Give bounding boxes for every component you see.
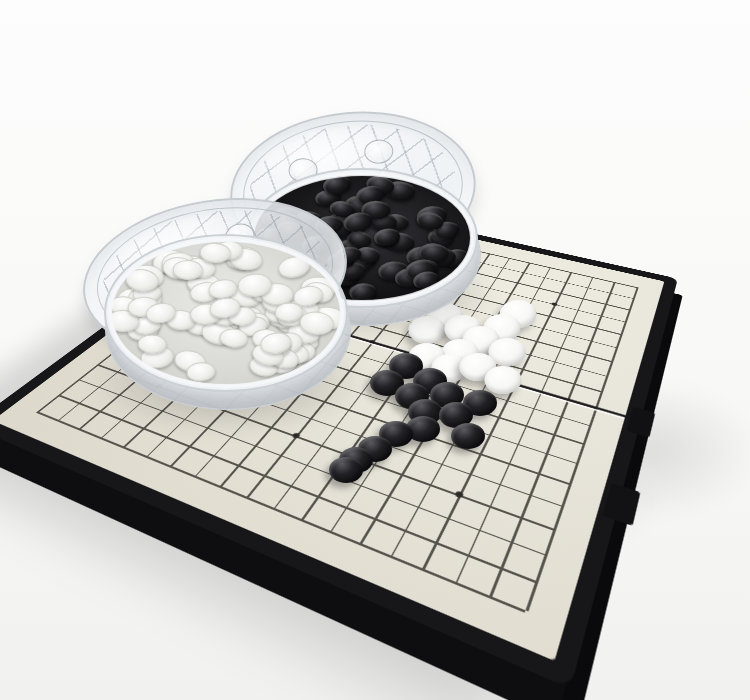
- hw-heap-stone-69: [274, 302, 303, 322]
- grid-line-v-18: [490, 282, 616, 597]
- hw-heap-stone-50: [186, 362, 217, 384]
- white-stone-heap: [111, 241, 341, 385]
- white-stone-bowl: [104, 234, 348, 392]
- product-photo-scene: [0, 0, 750, 700]
- hb-heap-stone-19: [349, 282, 377, 301]
- hw-heap-stone-71: [137, 334, 166, 354]
- hb-heap-stone-56: [322, 175, 352, 196]
